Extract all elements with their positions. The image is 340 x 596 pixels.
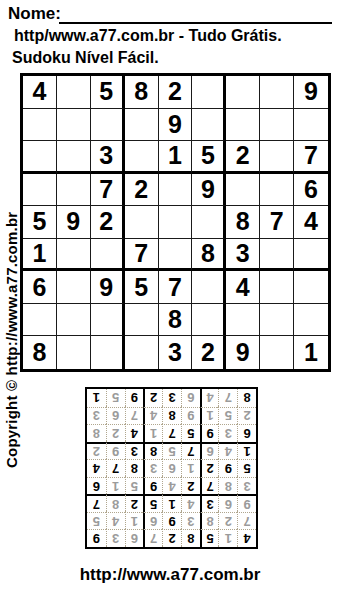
sudoku-cell-r9c2: 7 bbox=[218, 389, 237, 407]
sudoku-cell-r8c9: 3 bbox=[87, 407, 106, 425]
sudoku-cell-r6c7: 3 bbox=[226, 239, 260, 272]
sudoku-cell-r3c2: 6 bbox=[218, 494, 237, 512]
sudoku-cell-r1c5: 2 bbox=[162, 529, 181, 547]
sudoku-cell-r2c2[interactable] bbox=[57, 109, 91, 142]
sudoku-cell-r2c2: 2 bbox=[218, 512, 237, 530]
sudoku-cell-r3c1[interactable] bbox=[23, 141, 57, 174]
sudoku-cell-r9c9: 1 bbox=[87, 389, 106, 407]
sudoku-cell-r1c1: 4 bbox=[237, 529, 256, 547]
sudoku-cell-r3c9: 7 bbox=[87, 494, 106, 512]
page-title: Sudoku Nível Fácil. bbox=[12, 49, 159, 67]
sudoku-cell-r7c9: 8 bbox=[87, 424, 106, 442]
sudoku-cell-r3c6: 5 bbox=[192, 141, 226, 174]
sudoku-cell-r7c7: 4 bbox=[226, 271, 260, 304]
name-label: Nome: bbox=[8, 4, 61, 24]
copyright-vertical-text: Copyright © http://www.a77.com.br bbox=[3, 94, 19, 468]
sudoku-cell-r2c5: 9 bbox=[159, 109, 193, 142]
sudoku-cell-r1c3: 5 bbox=[91, 76, 125, 109]
sudoku-cell-r1c4: 8 bbox=[125, 76, 159, 109]
sudoku-cell-r3c8: 8 bbox=[106, 494, 125, 512]
sudoku-cell-r3c4: 4 bbox=[181, 494, 200, 512]
sudoku-cell-r8c8: 6 bbox=[106, 407, 125, 425]
sudoku-cell-r8c3[interactable] bbox=[91, 304, 125, 337]
sudoku-cell-r9c6: 2 bbox=[143, 389, 162, 407]
sudoku-cell-r5c9: 4 bbox=[87, 459, 106, 477]
sudoku-cell-r9c4[interactable] bbox=[125, 336, 159, 369]
sudoku-cell-r4c4: 2 bbox=[181, 477, 200, 495]
sudoku-cell-r1c8[interactable] bbox=[260, 76, 294, 109]
sudoku-cell-r2c3[interactable] bbox=[91, 109, 125, 142]
sudoku-cell-r3c6: 5 bbox=[143, 494, 162, 512]
sudoku-cell-r3c7: 2 bbox=[125, 494, 144, 512]
sudoku-cell-r4c3: 7 bbox=[200, 477, 219, 495]
sudoku-cell-r5c3: 2 bbox=[91, 206, 125, 239]
sudoku-cell-r6c4: 7 bbox=[125, 239, 159, 272]
sudoku-cell-r4c9: 6 bbox=[87, 477, 106, 495]
sudoku-cell-r5c7: 8 bbox=[226, 206, 260, 239]
sudoku-cell-r6c2: 4 bbox=[218, 442, 237, 460]
sudoku-cell-r4c7: 5 bbox=[125, 477, 144, 495]
sudoku-puzzle-grid: 458299315277296592874178369574883291 bbox=[20, 73, 331, 372]
sudoku-cell-r2c1: 7 bbox=[237, 512, 256, 530]
sudoku-cell-r2c1[interactable] bbox=[23, 109, 57, 142]
sudoku-cell-r4c6: 9 bbox=[192, 174, 226, 207]
sudoku-cell-r6c3[interactable] bbox=[91, 239, 125, 272]
sudoku-cell-r1c9: 9 bbox=[294, 76, 328, 109]
sudoku-cell-r4c4: 2 bbox=[125, 174, 159, 207]
sudoku-cell-r7c6[interactable] bbox=[192, 271, 226, 304]
sudoku-cell-r2c3: 8 bbox=[200, 512, 219, 530]
sudoku-cell-r1c9: 9 bbox=[87, 529, 106, 547]
sudoku-cell-r7c8: 2 bbox=[106, 424, 125, 442]
sudoku-cell-r9c3[interactable] bbox=[91, 336, 125, 369]
sudoku-cell-r8c4: 9 bbox=[181, 407, 200, 425]
sudoku-cell-r2c9: 5 bbox=[87, 512, 106, 530]
sudoku-cell-r8c8[interactable] bbox=[260, 304, 294, 337]
sudoku-cell-r4c3: 7 bbox=[91, 174, 125, 207]
sudoku-cell-r5c1: 5 bbox=[237, 459, 256, 477]
sudoku-cell-r3c4[interactable] bbox=[125, 141, 159, 174]
sudoku-cell-r8c1: 2 bbox=[237, 407, 256, 425]
sudoku-cell-r2c6: 6 bbox=[143, 512, 162, 530]
sudoku-cell-r6c1: 1 bbox=[237, 442, 256, 460]
sudoku-cell-r9c3: 4 bbox=[200, 389, 219, 407]
sudoku-cell-r9c8: 5 bbox=[106, 389, 125, 407]
sudoku-cell-r8c3: 1 bbox=[200, 407, 219, 425]
sudoku-cell-r1c6[interactable] bbox=[192, 76, 226, 109]
sudoku-cell-r5c3: 2 bbox=[200, 459, 219, 477]
sudoku-cell-r8c4[interactable] bbox=[125, 304, 159, 337]
sudoku-cell-r8c2: 5 bbox=[218, 407, 237, 425]
sudoku-cell-r7c7: 4 bbox=[125, 424, 144, 442]
sudoku-cell-r7c3: 9 bbox=[200, 424, 219, 442]
sudoku-cell-r2c8: 4 bbox=[106, 512, 125, 530]
sudoku-cell-r3c5: 1 bbox=[162, 494, 181, 512]
sudoku-cell-r4c8: 1 bbox=[106, 477, 125, 495]
sudoku-cell-r9c7: 9 bbox=[125, 389, 144, 407]
sudoku-cell-r6c6: 8 bbox=[143, 442, 162, 460]
sudoku-cell-r6c2[interactable] bbox=[57, 239, 91, 272]
sudoku-cell-r9c8[interactable] bbox=[260, 336, 294, 369]
sudoku-solution-grid-rotated: 4158276397283961459634152873872495165921… bbox=[85, 387, 258, 549]
sudoku-cell-r4c2: 8 bbox=[218, 477, 237, 495]
sudoku-cell-r2c6[interactable] bbox=[192, 109, 226, 142]
sudoku-cell-r9c7: 9 bbox=[226, 336, 260, 369]
sudoku-cell-r3c9: 7 bbox=[294, 141, 328, 174]
sudoku-cell-r7c3: 9 bbox=[91, 271, 125, 304]
sudoku-cell-r6c7: 3 bbox=[125, 442, 144, 460]
site-header-text: http/www.a77.com.br - Tudo Grátis. bbox=[14, 27, 282, 45]
sudoku-cell-r7c4: 5 bbox=[181, 424, 200, 442]
sudoku-cell-r8c6[interactable] bbox=[192, 304, 226, 337]
sudoku-cell-r2c9[interactable] bbox=[294, 109, 328, 142]
sudoku-cell-r9c9: 1 bbox=[294, 336, 328, 369]
sudoku-cell-r2c7: 1 bbox=[125, 512, 144, 530]
sudoku-cell-r8c9[interactable] bbox=[294, 304, 328, 337]
sudoku-cell-r5c2: 9 bbox=[218, 459, 237, 477]
sudoku-cell-r5c4[interactable] bbox=[125, 206, 159, 239]
sudoku-cell-r6c5: 5 bbox=[162, 442, 181, 460]
sudoku-cell-r4c7[interactable] bbox=[226, 174, 260, 207]
sudoku-cell-r5c8: 7 bbox=[260, 206, 294, 239]
sudoku-cell-r7c1: 6 bbox=[23, 271, 57, 304]
sudoku-cell-r3c2[interactable] bbox=[57, 141, 91, 174]
sudoku-cell-r3c3: 3 bbox=[91, 141, 125, 174]
sudoku-cell-r8c6: 4 bbox=[143, 407, 162, 425]
name-blank-line bbox=[59, 2, 332, 24]
sudoku-cell-r5c6: 3 bbox=[143, 459, 162, 477]
sudoku-cell-r8c5: 8 bbox=[159, 304, 193, 337]
sudoku-cell-r5c5[interactable] bbox=[159, 206, 193, 239]
sudoku-cell-r2c4[interactable] bbox=[125, 109, 159, 142]
sudoku-cell-r2c8[interactable] bbox=[260, 109, 294, 142]
sudoku-cell-r7c5: 7 bbox=[162, 424, 181, 442]
sudoku-cell-r4c5[interactable] bbox=[159, 174, 193, 207]
sudoku-cell-r5c1: 5 bbox=[23, 206, 57, 239]
sudoku-cell-r6c5[interactable] bbox=[159, 239, 193, 272]
sudoku-cell-r2c7[interactable] bbox=[226, 109, 260, 142]
sudoku-cell-r3c5: 1 bbox=[159, 141, 193, 174]
sudoku-cell-r4c1: 3 bbox=[237, 477, 256, 495]
sudoku-cell-r7c4: 5 bbox=[125, 271, 159, 304]
sudoku-cell-r9c1: 8 bbox=[237, 389, 256, 407]
sudoku-page: Nome: http/www.a77.com.br - Tudo Grátis.… bbox=[0, 0, 340, 596]
sudoku-cell-r2c5: 9 bbox=[162, 512, 181, 530]
sudoku-cell-r3c3: 3 bbox=[200, 494, 219, 512]
sudoku-cell-r4c1[interactable] bbox=[23, 174, 57, 207]
sudoku-cell-r7c1: 6 bbox=[237, 424, 256, 442]
sudoku-cell-r1c7: 6 bbox=[125, 529, 144, 547]
sudoku-cell-r8c7[interactable] bbox=[226, 304, 260, 337]
sudoku-cell-r5c8: 7 bbox=[106, 459, 125, 477]
sudoku-cell-r9c6: 2 bbox=[192, 336, 226, 369]
sudoku-cell-r3c7: 2 bbox=[226, 141, 260, 174]
sudoku-cell-r5c9: 4 bbox=[294, 206, 328, 239]
sudoku-cell-r6c3: 6 bbox=[200, 442, 219, 460]
sudoku-cell-r7c9[interactable] bbox=[294, 271, 328, 304]
sudoku-cell-r1c8: 3 bbox=[106, 529, 125, 547]
sudoku-cell-r4c5: 4 bbox=[162, 477, 181, 495]
sudoku-cell-r4c6: 9 bbox=[143, 477, 162, 495]
sudoku-cell-r9c5: 3 bbox=[162, 389, 181, 407]
sudoku-cell-r6c6: 8 bbox=[192, 239, 226, 272]
sudoku-cell-r4c8[interactable] bbox=[260, 174, 294, 207]
sudoku-cell-r5c7: 8 bbox=[125, 459, 144, 477]
sudoku-cell-r1c6: 7 bbox=[143, 529, 162, 547]
sudoku-cell-r9c2[interactable] bbox=[57, 336, 91, 369]
sudoku-cell-r1c1: 4 bbox=[23, 76, 57, 109]
footer-url: http://www.a77.com.br bbox=[0, 565, 340, 585]
sudoku-cell-r5c6[interactable] bbox=[192, 206, 226, 239]
sudoku-cell-r3c1: 9 bbox=[237, 494, 256, 512]
sudoku-cell-r1c2[interactable] bbox=[57, 76, 91, 109]
sudoku-cell-r9c4: 6 bbox=[181, 389, 200, 407]
sudoku-cell-r3c8[interactable] bbox=[260, 141, 294, 174]
sudoku-cell-r1c7[interactable] bbox=[226, 76, 260, 109]
sudoku-cell-r7c2[interactable] bbox=[57, 271, 91, 304]
sudoku-cell-r1c3: 5 bbox=[200, 529, 219, 547]
sudoku-cell-r6c9[interactable] bbox=[294, 239, 328, 272]
sudoku-cell-r9c5: 3 bbox=[159, 336, 193, 369]
sudoku-cell-r5c4: 1 bbox=[181, 459, 200, 477]
sudoku-cell-r4c9: 6 bbox=[294, 174, 328, 207]
sudoku-cell-r8c2[interactable] bbox=[57, 304, 91, 337]
sudoku-cell-r9c1: 8 bbox=[23, 336, 57, 369]
sudoku-cell-r6c9: 2 bbox=[87, 442, 106, 460]
sudoku-cell-r7c2: 3 bbox=[218, 424, 237, 442]
sudoku-cell-r7c6: 1 bbox=[143, 424, 162, 442]
sudoku-cell-r8c1[interactable] bbox=[23, 304, 57, 337]
sudoku-cell-r7c8[interactable] bbox=[260, 271, 294, 304]
sudoku-cell-r1c5: 2 bbox=[159, 76, 193, 109]
sudoku-cell-r7c5: 7 bbox=[159, 271, 193, 304]
sudoku-cell-r1c2: 1 bbox=[218, 529, 237, 547]
sudoku-cell-r8c5: 8 bbox=[162, 407, 181, 425]
sudoku-cell-r8c7: 7 bbox=[125, 407, 144, 425]
sudoku-cell-r5c5: 6 bbox=[162, 459, 181, 477]
sudoku-cell-r6c1: 1 bbox=[23, 239, 57, 272]
sudoku-cell-r2c4: 3 bbox=[181, 512, 200, 530]
sudoku-cell-r6c4: 7 bbox=[181, 442, 200, 460]
sudoku-cell-r6c8: 9 bbox=[106, 442, 125, 460]
sudoku-cell-r4c2[interactable] bbox=[57, 174, 91, 207]
sudoku-cell-r6c8[interactable] bbox=[260, 239, 294, 272]
sudoku-cell-r5c2: 9 bbox=[57, 206, 91, 239]
sudoku-cell-r1c4: 8 bbox=[181, 529, 200, 547]
